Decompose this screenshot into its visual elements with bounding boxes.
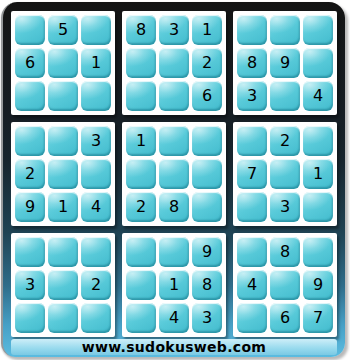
cell-r3c8[interactable] <box>270 81 300 111</box>
cell-r5c6[interactable] <box>192 159 222 189</box>
cell-r5c5[interactable] <box>159 159 189 189</box>
cell-r6c8[interactable]: 3 <box>270 192 300 222</box>
cell-r1c1[interactable] <box>15 15 45 45</box>
cell-r4c6[interactable] <box>192 126 222 156</box>
sudoku-app: 561831268934329141282713329184384967 www… <box>0 0 350 360</box>
cell-r2c8[interactable]: 9 <box>270 48 300 78</box>
box-3: 8934 <box>233 11 337 115</box>
cell-r7c2[interactable] <box>48 237 78 267</box>
cell-r9c1[interactable] <box>15 303 45 333</box>
cell-r8c6[interactable]: 8 <box>192 270 222 300</box>
cell-r5c7[interactable]: 7 <box>237 159 267 189</box>
cell-r9c6[interactable]: 3 <box>192 303 222 333</box>
cell-r3c7[interactable]: 3 <box>237 81 267 111</box>
cell-r6c4[interactable]: 2 <box>126 192 156 222</box>
box-2: 83126 <box>122 11 226 115</box>
box-1: 561 <box>11 11 115 115</box>
cell-r9c2[interactable] <box>48 303 78 333</box>
cell-r4c7[interactable] <box>237 126 267 156</box>
cell-r3c4[interactable] <box>126 81 156 111</box>
cell-r5c8[interactable] <box>270 159 300 189</box>
cell-r6c3[interactable]: 4 <box>81 192 111 222</box>
cell-r1c5[interactable]: 3 <box>159 15 189 45</box>
sudoku-grid: 561831268934329141282713329184384967 <box>11 11 337 337</box>
cell-r6c2[interactable]: 1 <box>48 192 78 222</box>
cell-r1c9[interactable] <box>303 15 333 45</box>
cell-r9c8[interactable]: 6 <box>270 303 300 333</box>
cell-r8c2[interactable] <box>48 270 78 300</box>
cell-r3c5[interactable] <box>159 81 189 111</box>
cell-r4c2[interactable] <box>48 126 78 156</box>
cell-r5c1[interactable]: 2 <box>15 159 45 189</box>
cell-r2c7[interactable]: 8 <box>237 48 267 78</box>
cell-r7c5[interactable] <box>159 237 189 267</box>
cell-r8c9[interactable]: 9 <box>303 270 333 300</box>
cell-r7c9[interactable] <box>303 237 333 267</box>
cell-r4c5[interactable] <box>159 126 189 156</box>
cell-r1c6[interactable]: 1 <box>192 15 222 45</box>
cell-r6c5[interactable]: 8 <box>159 192 189 222</box>
cell-r8c5[interactable]: 1 <box>159 270 189 300</box>
cell-r7c4[interactable] <box>126 237 156 267</box>
cell-r6c6[interactable] <box>192 192 222 222</box>
cell-r9c3[interactable] <box>81 303 111 333</box>
cell-r3c3[interactable] <box>81 81 111 111</box>
cell-r1c7[interactable] <box>237 15 267 45</box>
cell-r6c9[interactable] <box>303 192 333 222</box>
cell-r3c9[interactable]: 4 <box>303 81 333 111</box>
cell-r4c8[interactable]: 2 <box>270 126 300 156</box>
cell-r7c7[interactable] <box>237 237 267 267</box>
cell-r8c8[interactable] <box>270 270 300 300</box>
cell-r2c1[interactable]: 6 <box>15 48 45 78</box>
cell-r5c9[interactable]: 1 <box>303 159 333 189</box>
cell-r8c4[interactable] <box>126 270 156 300</box>
box-9: 84967 <box>233 233 337 337</box>
cell-r2c5[interactable] <box>159 48 189 78</box>
cell-r2c3[interactable]: 1 <box>81 48 111 78</box>
cell-r5c3[interactable] <box>81 159 111 189</box>
cell-r5c2[interactable] <box>48 159 78 189</box>
box-8: 91843 <box>122 233 226 337</box>
cell-r2c4[interactable] <box>126 48 156 78</box>
box-7: 32 <box>11 233 115 337</box>
cell-r8c3[interactable]: 2 <box>81 270 111 300</box>
cell-r6c1[interactable]: 9 <box>15 192 45 222</box>
cell-r8c7[interactable]: 4 <box>237 270 267 300</box>
footer-bar: www.sudokusweb.com <box>11 339 337 355</box>
cell-r7c6[interactable]: 9 <box>192 237 222 267</box>
cell-r9c9[interactable]: 7 <box>303 303 333 333</box>
cell-r1c8[interactable] <box>270 15 300 45</box>
cell-r6c7[interactable] <box>237 192 267 222</box>
cell-r7c8[interactable]: 8 <box>270 237 300 267</box>
cell-r4c4[interactable]: 1 <box>126 126 156 156</box>
cell-r5c4[interactable] <box>126 159 156 189</box>
cell-r2c9[interactable] <box>303 48 333 78</box>
cell-r3c1[interactable] <box>15 81 45 111</box>
cell-r1c3[interactable] <box>81 15 111 45</box>
cell-r9c5[interactable]: 4 <box>159 303 189 333</box>
cell-r4c9[interactable] <box>303 126 333 156</box>
cell-r4c1[interactable] <box>15 126 45 156</box>
cell-r4c3[interactable]: 3 <box>81 126 111 156</box>
cell-r8c1[interactable]: 3 <box>15 270 45 300</box>
cell-r3c6[interactable]: 6 <box>192 81 222 111</box>
cell-r2c2[interactable] <box>48 48 78 78</box>
cell-r2c6[interactable]: 2 <box>192 48 222 78</box>
box-5: 128 <box>122 122 226 226</box>
cell-r3c2[interactable] <box>48 81 78 111</box>
cell-r7c1[interactable] <box>15 237 45 267</box>
cell-r1c2[interactable]: 5 <box>48 15 78 45</box>
box-6: 2713 <box>233 122 337 226</box>
cell-r7c3[interactable] <box>81 237 111 267</box>
cell-r1c4[interactable]: 8 <box>126 15 156 45</box>
sudoku-board-frame: 561831268934329141282713329184384967 www… <box>1 2 345 357</box>
website-link[interactable]: www.sudokusweb.com <box>82 339 266 355</box>
cell-r9c4[interactable] <box>126 303 156 333</box>
box-4: 32914 <box>11 122 115 226</box>
cell-r9c7[interactable] <box>237 303 267 333</box>
